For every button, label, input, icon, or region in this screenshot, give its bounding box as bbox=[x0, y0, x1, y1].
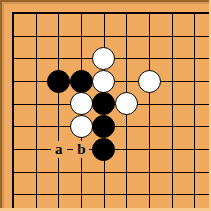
intersection bbox=[183, 25, 206, 48]
black-stone bbox=[47, 70, 70, 93]
intersection bbox=[183, 93, 206, 116]
intersection bbox=[47, 183, 70, 206]
intersection bbox=[161, 70, 184, 93]
intersection bbox=[115, 183, 138, 206]
intersection bbox=[2, 2, 25, 25]
intersection bbox=[115, 47, 138, 70]
go-board-diagram: ab bbox=[0, 0, 211, 211]
intersection bbox=[70, 183, 93, 206]
white-stone bbox=[115, 92, 138, 115]
black-stone bbox=[92, 92, 115, 115]
intersection bbox=[161, 183, 184, 206]
intersection bbox=[161, 115, 184, 138]
intersection bbox=[138, 161, 161, 184]
white-stone bbox=[138, 70, 161, 93]
intersection bbox=[70, 2, 93, 25]
white-stone bbox=[92, 47, 115, 70]
intersection bbox=[2, 25, 25, 48]
frame-edge-right bbox=[209, 0, 211, 211]
intersection bbox=[161, 47, 184, 70]
point-label-a: a bbox=[51, 141, 67, 158]
frame-edge-bottom bbox=[0, 208, 211, 211]
intersection bbox=[138, 93, 161, 116]
intersection bbox=[25, 183, 48, 206]
intersection bbox=[93, 115, 116, 138]
intersection bbox=[138, 183, 161, 206]
intersection bbox=[25, 115, 48, 138]
intersection bbox=[93, 183, 116, 206]
white-stone bbox=[70, 92, 93, 115]
intersection bbox=[70, 161, 93, 184]
intersection bbox=[183, 70, 206, 93]
intersection bbox=[138, 47, 161, 70]
intersection bbox=[2, 115, 25, 138]
intersection bbox=[2, 47, 25, 70]
intersection bbox=[93, 93, 116, 116]
intersection bbox=[93, 2, 116, 25]
intersection bbox=[70, 25, 93, 48]
intersection: a bbox=[47, 138, 70, 161]
intersection bbox=[93, 70, 116, 93]
intersection bbox=[47, 2, 70, 25]
intersection bbox=[47, 70, 70, 93]
frame-edge-left-inner bbox=[2, 2, 4, 211]
intersection bbox=[183, 138, 206, 161]
intersection bbox=[183, 161, 206, 184]
intersection bbox=[138, 115, 161, 138]
intersection bbox=[2, 161, 25, 184]
intersection bbox=[138, 25, 161, 48]
intersection bbox=[25, 70, 48, 93]
intersection: b bbox=[70, 138, 93, 161]
intersection bbox=[25, 161, 48, 184]
intersection bbox=[161, 161, 184, 184]
intersection bbox=[138, 70, 161, 93]
intersection bbox=[70, 47, 93, 70]
intersection bbox=[93, 25, 116, 48]
intersection bbox=[2, 70, 25, 93]
intersection bbox=[161, 93, 184, 116]
intersection bbox=[2, 183, 25, 206]
intersection bbox=[47, 161, 70, 184]
intersection bbox=[115, 2, 138, 25]
intersection bbox=[93, 161, 116, 184]
intersection bbox=[47, 115, 70, 138]
intersection bbox=[25, 93, 48, 116]
intersection bbox=[25, 2, 48, 25]
white-stone bbox=[70, 115, 93, 138]
intersection bbox=[70, 93, 93, 116]
point-label-b: b bbox=[73, 141, 89, 158]
intersection bbox=[115, 138, 138, 161]
intersection bbox=[70, 70, 93, 93]
intersection bbox=[138, 138, 161, 161]
black-stone bbox=[70, 70, 93, 93]
intersection bbox=[115, 25, 138, 48]
intersection bbox=[138, 2, 161, 25]
intersection bbox=[2, 138, 25, 161]
intersection bbox=[70, 115, 93, 138]
intersection bbox=[161, 138, 184, 161]
intersection bbox=[115, 115, 138, 138]
intersection bbox=[115, 70, 138, 93]
intersection bbox=[47, 47, 70, 70]
intersection bbox=[93, 47, 116, 70]
frame-edge-top-inner bbox=[0, 2, 211, 4]
intersection bbox=[25, 25, 48, 48]
intersection bbox=[183, 2, 206, 25]
intersection bbox=[183, 115, 206, 138]
intersection bbox=[47, 25, 70, 48]
intersection bbox=[161, 2, 184, 25]
intersection bbox=[25, 47, 48, 70]
intersection bbox=[183, 47, 206, 70]
intersection bbox=[25, 138, 48, 161]
intersection bbox=[161, 25, 184, 48]
intersection bbox=[115, 161, 138, 184]
intersection bbox=[2, 93, 25, 116]
black-stone bbox=[92, 115, 115, 138]
board-grid: ab bbox=[2, 2, 206, 206]
black-stone bbox=[92, 138, 115, 161]
intersection bbox=[93, 138, 116, 161]
intersection bbox=[115, 93, 138, 116]
white-stone bbox=[92, 70, 115, 93]
intersection bbox=[47, 93, 70, 116]
intersection bbox=[183, 183, 206, 206]
